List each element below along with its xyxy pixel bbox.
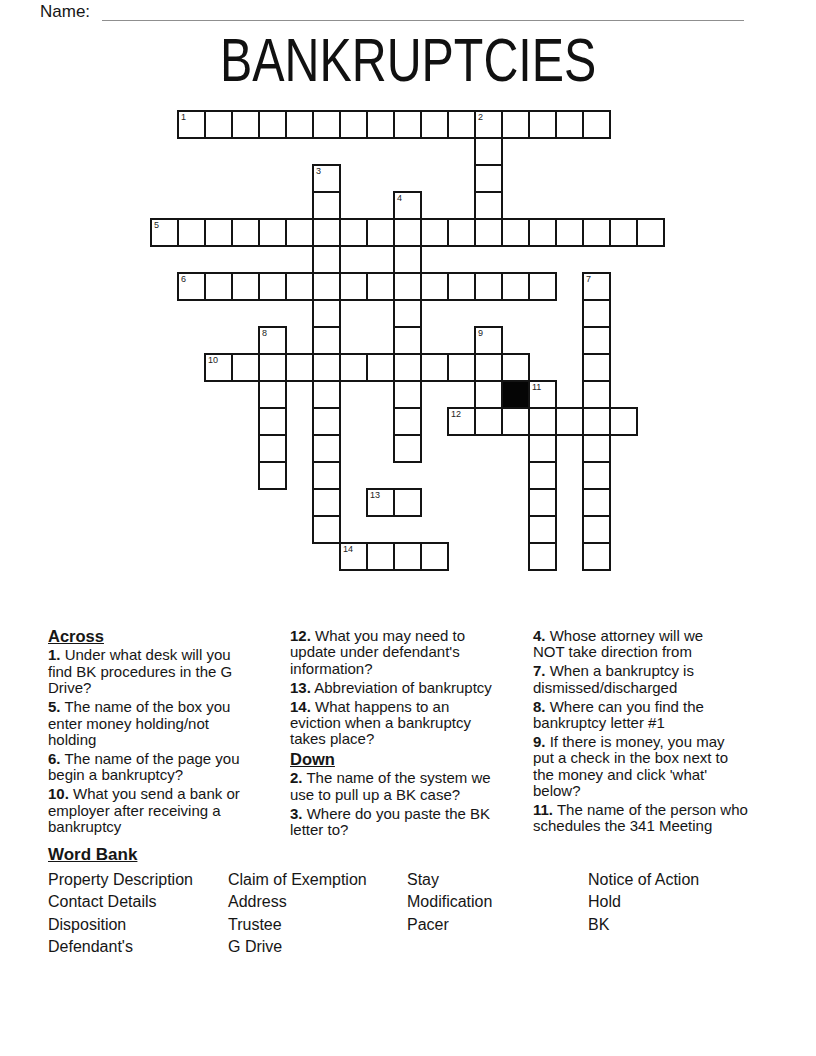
clue-number-label: 4.: [533, 627, 546, 644]
word-bank-item: Stay: [407, 869, 492, 891]
cell-9-3[interactable]: [231, 353, 260, 382]
cell-4-14[interactable]: [528, 218, 557, 247]
clues-column-1: Across1. Under what desk will you find B…: [48, 628, 248, 838]
cell-11-15[interactable]: [555, 407, 584, 436]
word-bank-item: G Drive: [228, 936, 367, 958]
cell-2-6[interactable]: 3: [312, 164, 341, 193]
cell-0-4[interactable]: [258, 110, 287, 139]
word-bank-item: Defendant's: [48, 936, 193, 958]
cell-7-16[interactable]: [582, 299, 611, 328]
cell-4-16[interactable]: [582, 218, 611, 247]
clue-6: 6. The name of the page you begin a bank…: [48, 751, 248, 784]
clue-number-label: 1.: [48, 646, 61, 663]
word-bank-column-4: Notice of ActionHoldBK: [588, 869, 699, 936]
word-bank-item: Modification: [407, 891, 492, 913]
cell-9-11[interactable]: [447, 353, 476, 382]
clue-13: 13. Abbreviation of bankruptcy: [290, 680, 496, 696]
cell-4-2[interactable]: [204, 218, 233, 247]
crossword-grid: 1234567891011121314: [150, 110, 666, 572]
clue-number-label: 3.: [290, 805, 303, 822]
cell-10-4[interactable]: [258, 380, 287, 409]
cell-14-6[interactable]: [312, 488, 341, 517]
word-bank-item: Hold: [588, 891, 699, 913]
cell-4-18[interactable]: [636, 218, 665, 247]
cell-13-14[interactable]: [528, 461, 557, 490]
cell-9-4[interactable]: [258, 353, 287, 382]
cell-9-5[interactable]: [285, 353, 314, 382]
cell-4-7[interactable]: [339, 218, 368, 247]
cell-16-16[interactable]: [582, 542, 611, 571]
cell-6-5[interactable]: [285, 272, 314, 301]
cell-0-8[interactable]: [366, 110, 395, 139]
clue-3: 3. Where do you paste the BK letter to?: [290, 806, 496, 839]
clue-number-label: 9.: [533, 733, 546, 750]
cell-11-6[interactable]: [312, 407, 341, 436]
clue-1: 1. Under what desk will you find BK proc…: [48, 647, 248, 696]
cell-9-10[interactable]: [420, 353, 449, 382]
cell-8-12[interactable]: 9: [474, 326, 503, 355]
cell-6-16[interactable]: 7: [582, 272, 611, 301]
cell-4-15[interactable]: [555, 218, 584, 247]
cell-13-16[interactable]: [582, 461, 611, 490]
cell-0-16[interactable]: [582, 110, 611, 139]
cell-4-17[interactable]: [609, 218, 638, 247]
clue-10: 10. What you send a bank or employer aft…: [48, 786, 248, 835]
cell-9-8[interactable]: [366, 353, 395, 382]
cell-6-12[interactable]: [474, 272, 503, 301]
cell-6-7[interactable]: [339, 272, 368, 301]
name-label: Name:: [40, 2, 90, 22]
word-bank-item: Address: [228, 891, 367, 913]
cell-5-6[interactable]: [312, 245, 341, 274]
cell-9-13[interactable]: [501, 353, 530, 382]
cell-11-16[interactable]: [582, 407, 611, 436]
cell-6-3[interactable]: [231, 272, 260, 301]
cell-10-14[interactable]: 11: [528, 380, 557, 409]
clue-number-label: 8.: [533, 698, 546, 715]
cell-10-16[interactable]: [582, 380, 611, 409]
cell-4-1[interactable]: [177, 218, 206, 247]
cell-6-8[interactable]: [366, 272, 395, 301]
cell-7-9[interactable]: [393, 299, 422, 328]
cell-9-6[interactable]: [312, 353, 341, 382]
word-bank-item: Contact Details: [48, 891, 193, 913]
cell-13-4[interactable]: [258, 461, 287, 490]
clue-number-label: 11.: [533, 801, 553, 818]
cell-15-14[interactable]: [528, 515, 557, 544]
cell-11-17[interactable]: [609, 407, 638, 436]
cell-12-9[interactable]: [393, 434, 422, 463]
cell-number: 14: [343, 544, 353, 554]
cell-16-8[interactable]: [366, 542, 395, 571]
cell-15-6[interactable]: [312, 515, 341, 544]
cell-number: 4: [397, 193, 402, 203]
cell-number: 12: [451, 409, 461, 419]
cell-0-6[interactable]: [312, 110, 341, 139]
cell-0-5[interactable]: [285, 110, 314, 139]
cell-number: 9: [478, 328, 483, 338]
cell-15-16[interactable]: [582, 515, 611, 544]
cell-16-7[interactable]: 14: [339, 542, 368, 571]
title-row: BANKRUPTCIES: [0, 29, 816, 91]
cell-0-9[interactable]: [393, 110, 422, 139]
cell-10-9[interactable]: [393, 380, 422, 409]
clue-number-label: 5.: [48, 698, 61, 715]
cell-4-9[interactable]: [393, 218, 422, 247]
clue-9: 9. If there is money, you may put a chec…: [533, 734, 738, 800]
cell-0-15[interactable]: [555, 110, 584, 139]
cell-number: 6: [181, 274, 186, 284]
word-bank-item: Notice of Action: [588, 869, 699, 891]
cell-6-9[interactable]: [393, 272, 422, 301]
cell-number: 11: [532, 382, 541, 392]
cell-12-4[interactable]: [258, 434, 287, 463]
cell-4-13[interactable]: [501, 218, 530, 247]
name-fill-line[interactable]: [102, 20, 744, 21]
cell-0-1[interactable]: 1: [177, 110, 206, 139]
cell-4-10[interactable]: [420, 218, 449, 247]
cell-number: 2: [478, 112, 483, 122]
down-header: Down: [290, 751, 496, 767]
cell-11-11[interactable]: 12: [447, 407, 476, 436]
cell-10-12[interactable]: [474, 380, 503, 409]
across-header: Across: [48, 628, 248, 644]
word-bank-header: Word Bank: [48, 845, 137, 865]
clue-number-label: 14.: [290, 698, 311, 715]
cell-16-14[interactable]: [528, 542, 557, 571]
clue-number-label: 2.: [290, 769, 303, 786]
cell-8-4[interactable]: 8: [258, 326, 287, 355]
clue-number-label: 6.: [48, 750, 61, 767]
word-bank-item: Pacer: [407, 914, 492, 936]
cell-4-11[interactable]: [447, 218, 476, 247]
cell-4-3[interactable]: [231, 218, 260, 247]
cell-3-12[interactable]: [474, 191, 503, 220]
cell-number: 10: [208, 355, 218, 365]
cell-4-0[interactable]: 5: [150, 218, 179, 247]
worksheet-title: BANKRUPTCIES: [220, 29, 596, 91]
cell-3-6[interactable]: [312, 191, 341, 220]
cell-9-16[interactable]: [582, 353, 611, 382]
clue-4: 4. Whose attorney will we NOT take direc…: [533, 628, 738, 661]
cell-number: 1: [181, 112, 186, 122]
cell-9-2[interactable]: 10: [204, 353, 233, 382]
cell-4-6[interactable]: [312, 218, 341, 247]
cell-8-16[interactable]: [582, 326, 611, 355]
cell-12-16[interactable]: [582, 434, 611, 463]
cell-6-13[interactable]: [501, 272, 530, 301]
cell-0-3[interactable]: [231, 110, 260, 139]
cell-3-9[interactable]: 4: [393, 191, 422, 220]
cell-4-4[interactable]: [258, 218, 287, 247]
clue-11: 11. The name of the person who schedules…: [533, 802, 753, 835]
clue-14: 14. What happens to an eviction when a b…: [290, 699, 496, 748]
cell-6-2[interactable]: [204, 272, 233, 301]
cell-16-10[interactable]: [420, 542, 449, 571]
cell-number: 3: [316, 166, 321, 176]
word-bank-item: Trustee: [228, 914, 367, 936]
clue-8: 8. Where can you find the bankruptcy let…: [533, 699, 738, 732]
cell-14-14[interactable]: [528, 488, 557, 517]
clue-12: 12. What you may need to update under de…: [290, 628, 496, 677]
cell-12-6[interactable]: [312, 434, 341, 463]
word-bank-column-1: Property DescriptionContact DetailsDispo…: [48, 869, 193, 959]
cell-14-8[interactable]: 13: [366, 488, 395, 517]
cell-number: 7: [586, 274, 591, 284]
cell-11-12[interactable]: [474, 407, 503, 436]
clue-number-label: 12.: [290, 627, 311, 644]
word-bank-column-2: Claim of ExemptionAddressTrusteeG Drive: [228, 869, 367, 959]
cell-11-13[interactable]: [501, 407, 530, 436]
cell-7-6[interactable]: [312, 299, 341, 328]
cell-0-10[interactable]: [420, 110, 449, 139]
word-bank-item: Disposition: [48, 914, 193, 936]
clue-number-label: 7.: [533, 662, 546, 679]
cell-0-2[interactable]: [204, 110, 233, 139]
cell-1-12[interactable]: [474, 137, 503, 166]
cell-number: 5: [154, 220, 159, 230]
cell-6-14[interactable]: [528, 272, 557, 301]
cell-11-14[interactable]: [528, 407, 557, 436]
cell-0-7[interactable]: [339, 110, 368, 139]
cell-4-12[interactable]: [474, 218, 503, 247]
cell-11-4[interactable]: [258, 407, 287, 436]
clue-number-label: 13.: [290, 679, 311, 696]
cell-9-12[interactable]: [474, 353, 503, 382]
cell-9-9[interactable]: [393, 353, 422, 382]
cell-16-9[interactable]: [393, 542, 422, 571]
cell-8-6[interactable]: [312, 326, 341, 355]
cell-9-7[interactable]: [339, 353, 368, 382]
cell-2-12[interactable]: [474, 164, 503, 193]
cell-0-14[interactable]: [528, 110, 557, 139]
cell-6-6[interactable]: [312, 272, 341, 301]
clue-7: 7. When a bankruptcy is dismissed/discha…: [533, 663, 738, 696]
clues-column-3: 4. Whose attorney will we NOT take direc…: [533, 628, 738, 837]
cell-13-6[interactable]: [312, 461, 341, 490]
black-cell-10-13: [501, 380, 530, 409]
cell-14-16[interactable]: [582, 488, 611, 517]
cell-12-14[interactable]: [528, 434, 557, 463]
cell-number: 13: [370, 490, 380, 500]
cell-number: 8: [262, 328, 267, 338]
cell-6-1[interactable]: 6: [177, 272, 206, 301]
cell-4-8[interactable]: [366, 218, 395, 247]
word-bank-item: Property Description: [48, 869, 193, 891]
word-bank-column-3: StayModificationPacer: [407, 869, 492, 936]
clue-2: 2. The name of the system we use to pull…: [290, 770, 496, 803]
clue-number-label: 10.: [48, 785, 69, 802]
clues-column-2: 12. What you may need to update under de…: [290, 628, 496, 841]
cell-10-6[interactable]: [312, 380, 341, 409]
cell-5-9[interactable]: [393, 245, 422, 274]
cell-0-12[interactable]: 2: [474, 110, 503, 139]
word-bank-item: Claim of Exemption: [228, 869, 367, 891]
cell-0-11[interactable]: [447, 110, 476, 139]
cell-4-5[interactable]: [285, 218, 314, 247]
cell-6-10[interactable]: [420, 272, 449, 301]
cell-0-13[interactable]: [501, 110, 530, 139]
cell-6-11[interactable]: [447, 272, 476, 301]
cell-6-4[interactable]: [258, 272, 287, 301]
cell-8-9[interactable]: [393, 326, 422, 355]
word-bank-item: BK: [588, 914, 699, 936]
cell-14-9[interactable]: [393, 488, 422, 517]
clue-5: 5. The name of the box you enter money h…: [48, 699, 248, 748]
cell-11-9[interactable]: [393, 407, 422, 436]
